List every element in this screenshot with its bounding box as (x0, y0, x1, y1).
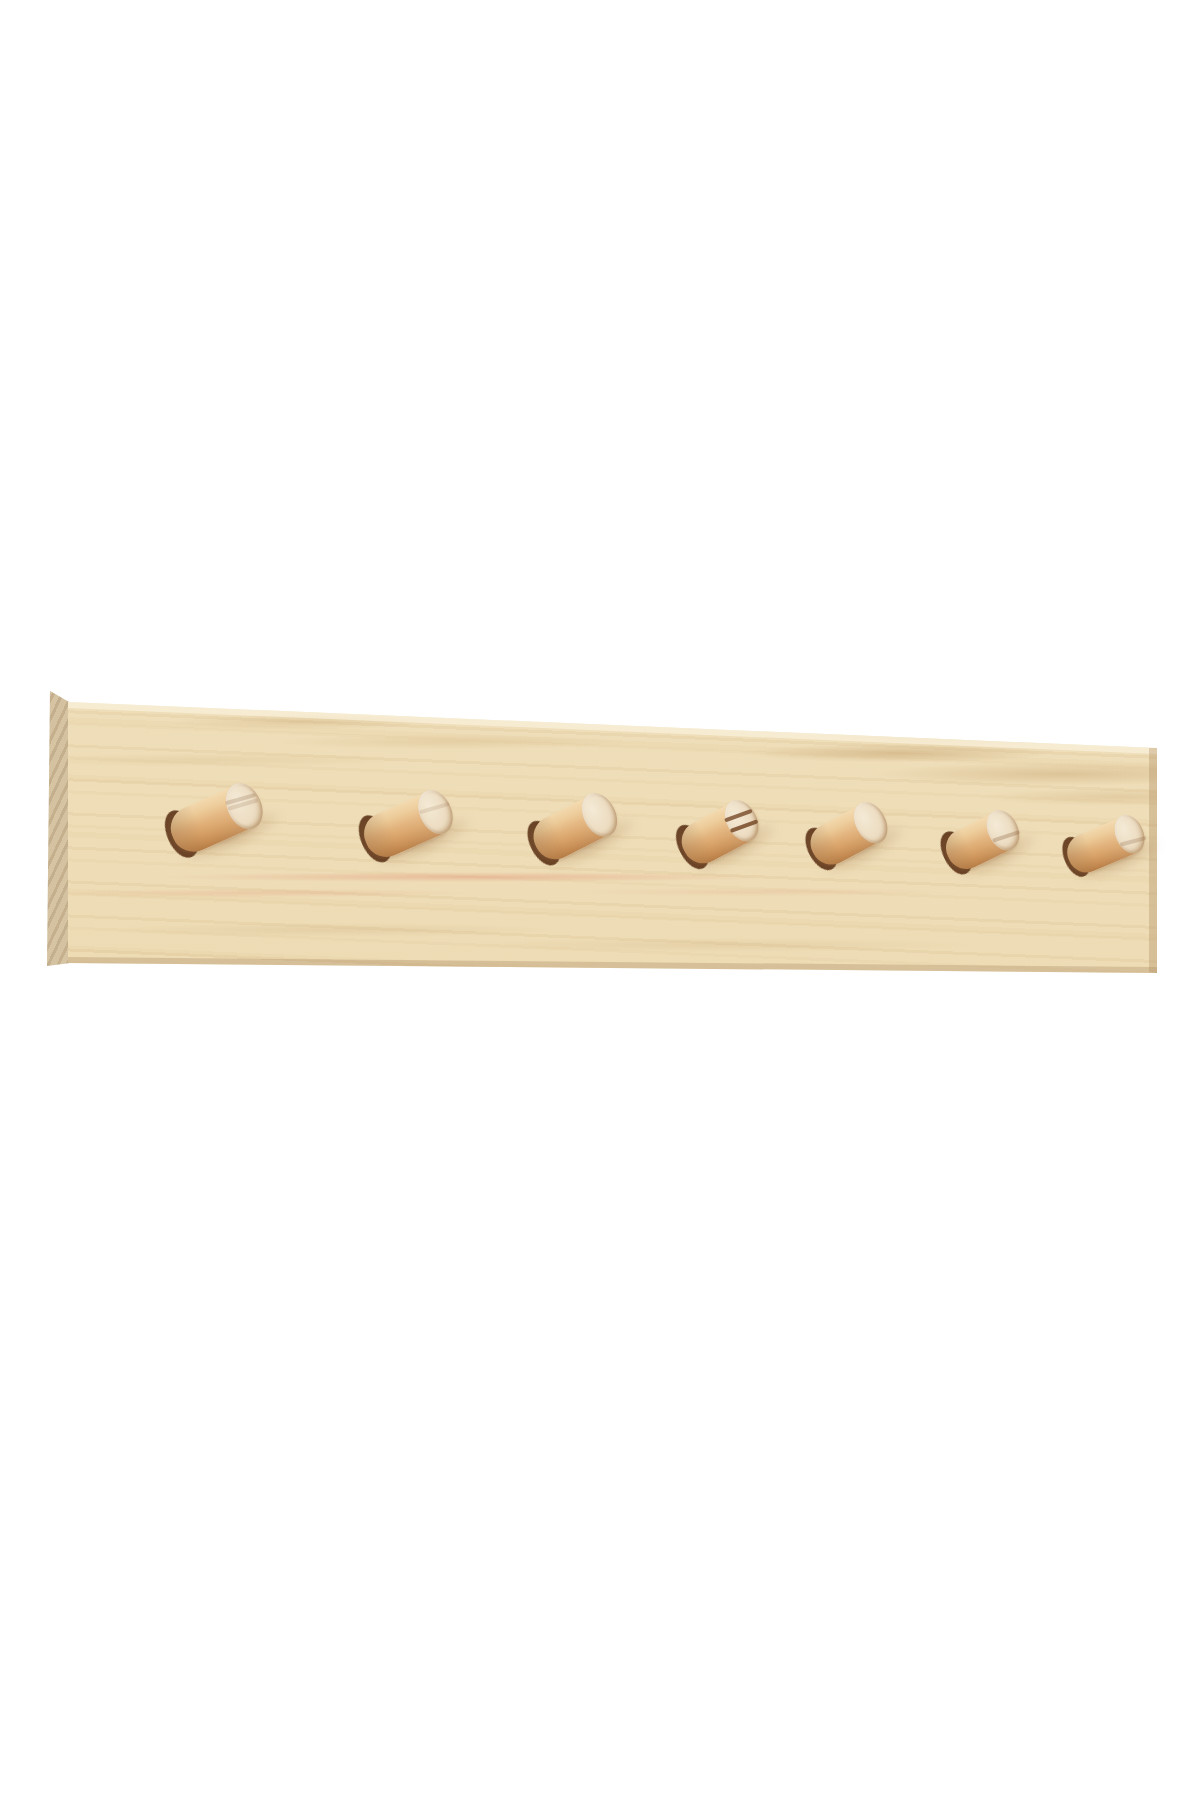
wooden-peg-rail (0, 0, 1200, 1800)
product-photo-canvas (0, 0, 1200, 1800)
board-front-face (0, 0, 1200, 1800)
